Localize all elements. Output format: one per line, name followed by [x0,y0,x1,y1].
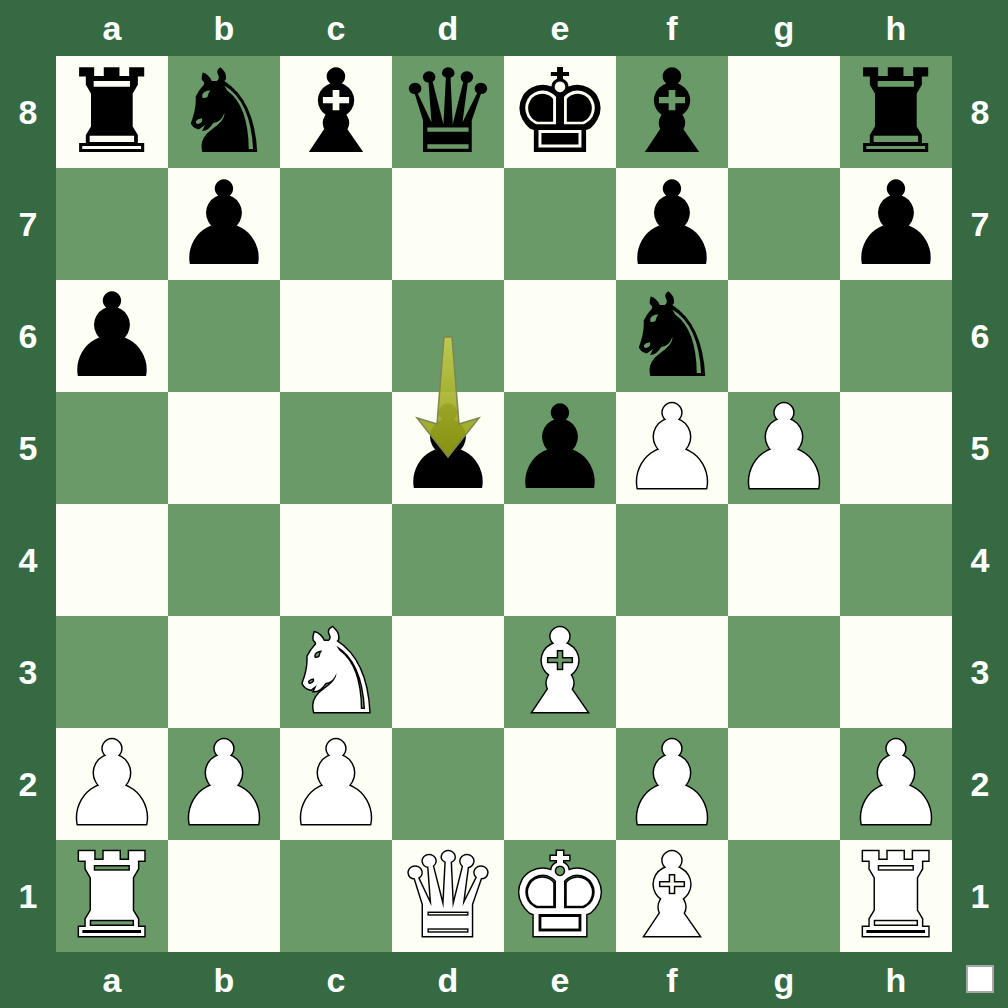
square-d5[interactable]: ♟ [392,392,504,504]
rank-label-right-7: 7 [952,168,1008,280]
square-g3[interactable] [728,616,840,728]
black-pawn-d5[interactable]: ♟ [396,392,500,504]
square-c7[interactable] [280,168,392,280]
rank-label-left-7: 7 [0,168,56,280]
square-b6[interactable] [168,280,280,392]
white-pawn-b2[interactable]: ♟ [172,728,276,840]
square-h5[interactable] [840,392,952,504]
square-h8[interactable]: ♜ [840,56,952,168]
square-c3[interactable]: ♞ [280,616,392,728]
square-c6[interactable] [280,280,392,392]
rank-labels-left: 87654321 [0,56,56,952]
black-pawn-f7[interactable]: ♟ [620,168,724,280]
white-knight-c3[interactable]: ♞ [284,616,388,728]
rank-label-left-6: 6 [0,280,56,392]
square-b3[interactable] [168,616,280,728]
square-d3[interactable] [392,616,504,728]
white-king-e1[interactable]: ♚ [508,840,612,952]
square-h3[interactable] [840,616,952,728]
rank-label-right-4: 4 [952,504,1008,616]
square-h2[interactable]: ♟ [840,728,952,840]
white-pawn-g5[interactable]: ♟ [732,392,836,504]
square-h6[interactable] [840,280,952,392]
square-c4[interactable] [280,504,392,616]
black-pawn-e5[interactable]: ♟ [508,392,612,504]
square-f7[interactable]: ♟ [616,168,728,280]
black-rook-a8[interactable]: ♜ [60,56,164,168]
white-pawn-h2[interactable]: ♟ [844,728,948,840]
black-rook-h8[interactable]: ♜ [844,56,948,168]
square-b7[interactable]: ♟ [168,168,280,280]
rank-label-left-8: 8 [0,56,56,168]
black-king-e8[interactable]: ♚ [508,56,612,168]
square-d8[interactable]: ♛ [392,56,504,168]
black-pawn-h7[interactable]: ♟ [844,168,948,280]
square-e6[interactable] [504,280,616,392]
square-d4[interactable] [392,504,504,616]
square-f5[interactable]: ♟ [616,392,728,504]
square-g1[interactable] [728,840,840,952]
square-g5[interactable]: ♟ [728,392,840,504]
square-g2[interactable] [728,728,840,840]
white-rook-h1[interactable]: ♜ [844,840,948,952]
square-g8[interactable] [728,56,840,168]
square-f1[interactable]: ♝ [616,840,728,952]
square-a2[interactable]: ♟ [56,728,168,840]
rank-label-left-4: 4 [0,504,56,616]
square-b5[interactable] [168,392,280,504]
square-d6[interactable] [392,280,504,392]
square-e5[interactable]: ♟ [504,392,616,504]
square-e7[interactable] [504,168,616,280]
rank-label-right-3: 3 [952,616,1008,728]
square-d2[interactable] [392,728,504,840]
black-bishop-f8[interactable]: ♝ [620,56,724,168]
square-e8[interactable]: ♚ [504,56,616,168]
rank-label-left-1: 1 [0,840,56,952]
square-h1[interactable]: ♜ [840,840,952,952]
rank-label-left-3: 3 [0,616,56,728]
square-a1[interactable]: ♜ [56,840,168,952]
square-e1[interactable]: ♚ [504,840,616,952]
file-labels-bottom: abcdefgh [56,952,952,1008]
black-knight-b8[interactable]: ♞ [172,56,276,168]
black-knight-f6[interactable]: ♞ [620,280,724,392]
rank-label-left-5: 5 [0,392,56,504]
white-pawn-f2[interactable]: ♟ [620,728,724,840]
file-label-bottom-g: g [728,952,840,1008]
square-g4[interactable] [728,504,840,616]
side-to-move-indicator [966,965,994,993]
white-rook-a1[interactable]: ♜ [60,840,164,952]
square-d1[interactable]: ♛ [392,840,504,952]
square-e4[interactable] [504,504,616,616]
square-g6[interactable] [728,280,840,392]
rank-labels-right: 87654321 [952,56,1008,952]
rank-label-right-1: 1 [952,840,1008,952]
square-f8[interactable]: ♝ [616,56,728,168]
file-label-top-g: g [728,0,840,56]
file-label-bottom-c: c [280,952,392,1008]
square-b8[interactable]: ♞ [168,56,280,168]
white-pawn-a2[interactable]: ♟ [60,728,164,840]
square-a7[interactable] [56,168,168,280]
file-label-bottom-b: b [168,952,280,1008]
square-c2[interactable]: ♟ [280,728,392,840]
square-b2[interactable]: ♟ [168,728,280,840]
square-f3[interactable] [616,616,728,728]
rank-label-right-6: 6 [952,280,1008,392]
black-pawn-a6[interactable]: ♟ [60,280,164,392]
square-f4[interactable] [616,504,728,616]
square-b4[interactable] [168,504,280,616]
square-a8[interactable]: ♜ [56,56,168,168]
square-e3[interactable]: ♝ [504,616,616,728]
rank-label-right-2: 2 [952,728,1008,840]
rank-label-left-2: 2 [0,728,56,840]
chess-board-diagram: abcdefgh abcdefgh 87654321 87654321 ♜♞♝♛… [0,0,1008,1008]
square-c1[interactable] [280,840,392,952]
square-c8[interactable]: ♝ [280,56,392,168]
square-d7[interactable] [392,168,504,280]
board: ♜♞♝♛♚♝♜♟♟♟♟♞♟♟♟♟♞♝♟♟♟♟♟♜♛♚♝♜ [56,56,952,952]
rank-label-right-5: 5 [952,392,1008,504]
square-a3[interactable] [56,616,168,728]
square-f6[interactable]: ♞ [616,280,728,392]
square-h7[interactable]: ♟ [840,168,952,280]
black-queen-d8[interactable]: ♛ [396,56,500,168]
square-e2[interactable] [504,728,616,840]
square-a5[interactable] [56,392,168,504]
square-h4[interactable] [840,504,952,616]
black-bishop-c8[interactable]: ♝ [284,56,388,168]
white-pawn-c2[interactable]: ♟ [284,728,388,840]
square-a4[interactable] [56,504,168,616]
square-g7[interactable] [728,168,840,280]
rank-label-right-8: 8 [952,56,1008,168]
square-f2[interactable]: ♟ [616,728,728,840]
white-queen-d1[interactable]: ♛ [396,840,500,952]
square-a6[interactable]: ♟ [56,280,168,392]
square-c5[interactable] [280,392,392,504]
square-b1[interactable] [168,840,280,952]
white-pawn-f5[interactable]: ♟ [620,392,724,504]
white-bishop-f1[interactable]: ♝ [620,840,724,952]
white-bishop-e3[interactable]: ♝ [508,616,612,728]
black-pawn-b7[interactable]: ♟ [172,168,276,280]
